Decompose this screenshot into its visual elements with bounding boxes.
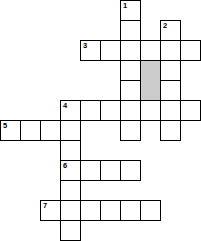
grid-cell[interactable] bbox=[60, 140, 81, 161]
grid-cell[interactable]: 6 bbox=[60, 160, 81, 181]
grid-cell[interactable] bbox=[160, 80, 181, 101]
grid-cell[interactable] bbox=[100, 200, 121, 221]
blocked-cell bbox=[140, 60, 161, 101]
grid-cell[interactable] bbox=[140, 200, 161, 221]
grid-cell[interactable] bbox=[140, 40, 161, 61]
grid-cell[interactable] bbox=[120, 160, 141, 181]
grid-cell[interactable] bbox=[160, 40, 181, 61]
grid-cell[interactable]: 7 bbox=[40, 200, 61, 221]
grid-cell[interactable]: 1 bbox=[120, 0, 141, 21]
grid-cell[interactable] bbox=[20, 120, 41, 141]
grid-cell[interactable] bbox=[120, 200, 141, 221]
grid-cell[interactable] bbox=[160, 60, 181, 81]
grid-cell[interactable] bbox=[180, 40, 201, 61]
grid-cell[interactable]: 2 bbox=[160, 20, 181, 41]
grid-cell[interactable] bbox=[160, 120, 181, 141]
grid-cell[interactable] bbox=[120, 120, 141, 141]
clue-number: 6 bbox=[63, 162, 67, 169]
grid-cell[interactable] bbox=[120, 80, 141, 101]
grid-cell[interactable] bbox=[120, 40, 141, 61]
crossword-board: 1234567 bbox=[0, 0, 201, 241]
grid-cell[interactable]: 3 bbox=[80, 40, 101, 61]
grid-cell[interactable] bbox=[60, 180, 81, 201]
grid-cell[interactable] bbox=[80, 200, 101, 221]
clue-number: 7 bbox=[43, 202, 47, 209]
grid-cell[interactable] bbox=[120, 20, 141, 41]
grid-cell[interactable] bbox=[80, 160, 101, 181]
grid-cell[interactable] bbox=[60, 200, 81, 221]
clue-number: 1 bbox=[123, 2, 127, 9]
grid-cell[interactable] bbox=[180, 100, 201, 121]
grid-cell[interactable] bbox=[60, 220, 81, 241]
clue-number: 2 bbox=[163, 22, 167, 29]
grid-cell[interactable] bbox=[40, 120, 61, 141]
grid-cell[interactable] bbox=[80, 100, 101, 121]
grid-cell[interactable] bbox=[100, 100, 121, 121]
clue-number: 3 bbox=[83, 42, 87, 49]
grid-cell[interactable] bbox=[120, 60, 141, 81]
grid-cell[interactable] bbox=[160, 100, 181, 121]
grid-cell[interactable] bbox=[120, 100, 141, 121]
grid-cell[interactable] bbox=[100, 40, 121, 61]
clue-number: 5 bbox=[3, 122, 7, 129]
grid-cell[interactable] bbox=[100, 160, 121, 181]
grid-cell[interactable]: 5 bbox=[0, 120, 21, 141]
grid-cell[interactable] bbox=[60, 120, 81, 141]
grid-cell[interactable]: 4 bbox=[60, 100, 81, 121]
clue-number: 4 bbox=[63, 102, 67, 109]
grid-cell[interactable] bbox=[140, 100, 161, 121]
